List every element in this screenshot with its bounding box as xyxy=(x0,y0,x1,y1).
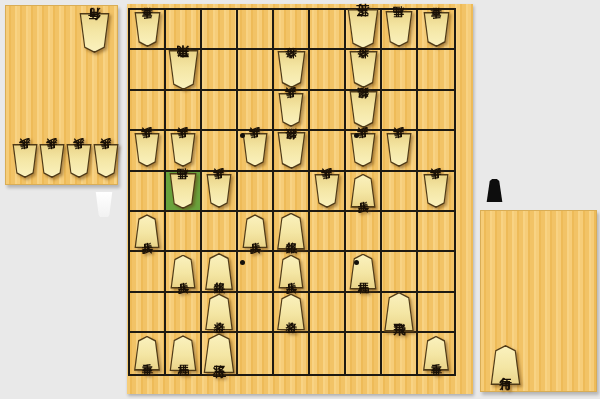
white-side-marker-icon xyxy=(95,192,113,217)
square-2b[interactable] xyxy=(382,50,418,90)
square-1i[interactable]: 香車 xyxy=(418,333,454,373)
piece-gold-black[interactable]: 金将 xyxy=(205,293,234,330)
piece-lance-black[interactable]: 香車 xyxy=(423,336,450,371)
piece-pawn-black[interactable]: 歩兵 xyxy=(134,214,160,248)
square-6h[interactable] xyxy=(238,293,274,333)
piece-kanji-label: 金将 xyxy=(205,297,234,329)
piece-kanji-label: 金将 xyxy=(277,52,306,84)
square-4i[interactable] xyxy=(310,333,346,373)
piece-knight-black[interactable]: 桂馬 xyxy=(169,335,197,371)
square-9a[interactable]: 香車 xyxy=(130,10,166,50)
star-point-icon xyxy=(240,133,245,138)
piece-rook-black[interactable]: 飛車 xyxy=(384,292,415,332)
square-7d[interactable] xyxy=(202,131,238,171)
square-3a[interactable]: 王将 xyxy=(346,10,382,50)
piece-pawn-white[interactable]: 歩兵 xyxy=(170,133,196,167)
square-3c[interactable]: 銀将 xyxy=(346,91,382,131)
square-2a[interactable]: 桂馬 xyxy=(382,10,418,50)
piece-pawn-white[interactable]: 歩兵 xyxy=(350,133,376,167)
piece-kanji-label: 桂馬 xyxy=(169,339,197,370)
square-9d[interactable]: 歩兵 xyxy=(130,131,166,171)
piece-knight-white[interactable]: 桂馬 xyxy=(385,11,413,47)
square-9h[interactable] xyxy=(130,293,166,333)
piece-silver-black[interactable]: 銀将 xyxy=(277,213,306,250)
piece-kanji-label: 金将 xyxy=(349,52,378,84)
piece-lance-black[interactable]: 香車 xyxy=(134,336,161,371)
piece-kanji-label: 香車 xyxy=(423,340,450,370)
piece-kanji-label: 銀将 xyxy=(349,92,378,124)
white-hand-major-row: 角行 xyxy=(79,13,110,53)
square-6i[interactable] xyxy=(238,333,274,373)
white-hand-pawn-row: 歩兵歩兵歩兵歩兵 xyxy=(12,144,119,178)
piece-lance-white[interactable]: 香車 xyxy=(423,12,450,47)
piece-kanji-label: 歩兵 xyxy=(170,134,196,163)
square-3e[interactable]: 歩兵 xyxy=(346,172,382,212)
square-2h[interactable]: 飛車 xyxy=(382,293,418,333)
piece-kanji-label: 銀将 xyxy=(205,257,234,289)
square-8e[interactable]: 桂馬 xyxy=(166,172,202,212)
square-4f[interactable] xyxy=(310,212,346,252)
square-8g[interactable]: 歩兵 xyxy=(166,252,202,292)
square-5f[interactable]: 銀将 xyxy=(274,212,310,252)
square-1c[interactable] xyxy=(418,91,454,131)
piece-kanji-label: 歩兵 xyxy=(39,145,65,174)
piece-kanji-label: 歩兵 xyxy=(66,145,92,174)
square-5c[interactable]: 歩兵 xyxy=(274,91,310,131)
square-2c[interactable] xyxy=(382,91,418,131)
piece-pawn-white[interactable]: 歩兵 xyxy=(93,144,119,178)
square-3b[interactable]: 金将 xyxy=(346,50,382,90)
piece-pawn-white[interactable]: 歩兵 xyxy=(39,144,65,178)
square-6a[interactable] xyxy=(238,10,274,50)
piece-kanji-label: 歩兵 xyxy=(170,259,196,288)
piece-kanji-label: 飛車 xyxy=(384,296,415,331)
piece-kanji-label: 角行 xyxy=(79,14,110,49)
piece-kanji-label: 王将 xyxy=(347,10,379,45)
piece-kanji-label: 歩兵 xyxy=(386,134,412,163)
piece-knight-white[interactable]: 桂馬 xyxy=(169,173,197,209)
square-6e[interactable] xyxy=(238,172,274,212)
square-5i[interactable] xyxy=(274,333,310,373)
piece-pawn-white[interactable]: 歩兵 xyxy=(206,174,232,208)
square-1f[interactable] xyxy=(418,212,454,252)
piece-pawn-white[interactable]: 歩兵 xyxy=(134,133,160,167)
square-9i[interactable]: 香車 xyxy=(130,333,166,373)
square-8f[interactable] xyxy=(166,212,202,252)
star-point-icon xyxy=(354,260,359,265)
piece-kanji-label: 歩兵 xyxy=(12,145,38,174)
piece-gold-white[interactable]: 金将 xyxy=(349,51,378,88)
square-3g[interactable]: 桂馬 xyxy=(346,252,382,292)
square-2d[interactable]: 歩兵 xyxy=(382,131,418,171)
piece-kanji-label: 香車 xyxy=(423,13,450,43)
piece-pawn-white[interactable]: 歩兵 xyxy=(386,133,412,167)
square-9f[interactable]: 歩兵 xyxy=(130,212,166,252)
square-7c[interactable] xyxy=(202,91,238,131)
piece-kanji-label: 金将 xyxy=(277,297,306,329)
square-3f[interactable] xyxy=(346,212,382,252)
piece-king-white[interactable]: 王将 xyxy=(347,9,379,49)
square-7g[interactable]: 銀将 xyxy=(202,252,238,292)
square-6f[interactable]: 歩兵 xyxy=(238,212,274,252)
piece-knight-black[interactable]: 桂馬 xyxy=(349,254,377,290)
square-8d[interactable]: 歩兵 xyxy=(166,131,202,171)
black-hand-row: 角行 xyxy=(490,345,521,385)
square-6g[interactable] xyxy=(238,252,274,292)
piece-kanji-label: 歩兵 xyxy=(134,134,160,163)
square-2e[interactable] xyxy=(382,172,418,212)
star-point-icon xyxy=(240,260,245,265)
square-5e[interactable] xyxy=(274,172,310,212)
square-3d[interactable]: 歩兵 xyxy=(346,131,382,171)
piece-pawn-black[interactable]: 歩兵 xyxy=(278,255,304,289)
square-8a[interactable] xyxy=(166,10,202,50)
piece-pawn-white[interactable]: 歩兵 xyxy=(66,144,92,178)
square-4d[interactable] xyxy=(310,131,346,171)
piece-pawn-black[interactable]: 歩兵 xyxy=(350,174,376,208)
black-side-marker-icon xyxy=(486,179,503,202)
square-2g[interactable] xyxy=(382,252,418,292)
piece-kanji-label: 歩兵 xyxy=(93,145,119,174)
square-1h[interactable] xyxy=(418,293,454,333)
piece-kanji-label: 玉将 xyxy=(203,337,235,372)
square-3h[interactable] xyxy=(346,293,382,333)
square-8h[interactable] xyxy=(166,293,202,333)
piece-kanji-label: 歩兵 xyxy=(134,218,160,247)
piece-kanji-label: 香車 xyxy=(134,13,161,43)
square-5h[interactable]: 金将 xyxy=(274,293,310,333)
square-4b[interactable] xyxy=(310,50,346,90)
piece-king-black[interactable]: 玉将 xyxy=(203,333,235,373)
square-6c[interactable] xyxy=(238,91,274,131)
piece-kanji-label: 歩兵 xyxy=(242,218,268,247)
square-4c[interactable] xyxy=(310,91,346,131)
piece-pawn-white[interactable]: 歩兵 xyxy=(314,174,340,208)
piece-gold-black[interactable]: 金将 xyxy=(277,293,306,330)
piece-kanji-label: 歩兵 xyxy=(278,94,304,123)
square-8i[interactable]: 桂馬 xyxy=(166,333,202,373)
square-2f[interactable] xyxy=(382,212,418,252)
square-4a[interactable] xyxy=(310,10,346,50)
piece-kanji-label: 桂馬 xyxy=(385,12,413,43)
square-4e[interactable]: 歩兵 xyxy=(310,172,346,212)
square-5a[interactable] xyxy=(274,10,310,50)
white-captured-tray: 角行 歩兵歩兵歩兵歩兵 xyxy=(5,5,118,185)
piece-kanji-label: 飛車 xyxy=(168,51,199,86)
piece-silver-black[interactable]: 銀将 xyxy=(205,253,234,290)
piece-kanji-label: 歩兵 xyxy=(206,175,232,204)
piece-silver-white[interactable]: 銀将 xyxy=(277,132,306,169)
black-captured-tray: 角行 xyxy=(480,210,597,392)
piece-kanji-label: 歩兵 xyxy=(423,175,449,204)
square-1g[interactable] xyxy=(418,252,454,292)
square-2i[interactable] xyxy=(382,333,418,373)
piece-rook-white[interactable]: 飛車 xyxy=(168,50,199,90)
piece-kanji-label: 歩兵 xyxy=(242,134,268,163)
piece-pawn-black[interactable]: 歩兵 xyxy=(242,214,268,248)
square-7b[interactable] xyxy=(202,50,238,90)
square-7i[interactable]: 玉将 xyxy=(202,333,238,373)
square-6b[interactable] xyxy=(238,50,274,90)
piece-pawn-white[interactable]: 歩兵 xyxy=(242,133,268,167)
square-1a[interactable]: 香車 xyxy=(418,10,454,50)
piece-kanji-label: 銀将 xyxy=(277,133,306,165)
piece-kanji-label: 角行 xyxy=(490,349,521,384)
piece-bishop-black[interactable]: 角行 xyxy=(490,345,521,385)
piece-kanji-label: 歩兵 xyxy=(278,259,304,288)
shogi-app: 角行 歩兵歩兵歩兵歩兵 香車王将桂馬香車飛車金将金将歩兵銀将歩兵歩兵歩兵銀将歩兵… xyxy=(0,0,600,399)
square-8b[interactable]: 飛車 xyxy=(166,50,202,90)
piece-pawn-white[interactable]: 歩兵 xyxy=(12,144,38,178)
shogi-board: 香車王将桂馬香車飛車金将金将歩兵銀将歩兵歩兵歩兵銀将歩兵歩兵桂馬歩兵歩兵歩兵歩兵… xyxy=(127,4,473,394)
piece-pawn-white[interactable]: 歩兵 xyxy=(278,93,304,127)
square-9g[interactable] xyxy=(130,252,166,292)
star-point-icon xyxy=(354,133,359,138)
square-1e[interactable]: 歩兵 xyxy=(418,172,454,212)
square-7f[interactable] xyxy=(202,212,238,252)
square-1b[interactable] xyxy=(418,50,454,90)
piece-gold-white[interactable]: 金将 xyxy=(277,51,306,88)
square-7e[interactable]: 歩兵 xyxy=(202,172,238,212)
square-5g[interactable]: 歩兵 xyxy=(274,252,310,292)
piece-kanji-label: 銀将 xyxy=(277,217,306,249)
square-9c[interactable] xyxy=(130,91,166,131)
square-3i[interactable] xyxy=(346,333,382,373)
square-4g[interactable] xyxy=(310,252,346,292)
piece-pawn-black[interactable]: 歩兵 xyxy=(170,255,196,289)
piece-kanji-label: 香車 xyxy=(134,340,161,370)
piece-kanji-label: 歩兵 xyxy=(314,175,340,204)
piece-kanji-label: 歩兵 xyxy=(350,178,376,207)
piece-bishop-white[interactable]: 角行 xyxy=(79,13,110,53)
square-1d[interactable] xyxy=(418,131,454,171)
piece-lance-white[interactable]: 香車 xyxy=(134,12,161,47)
square-7h[interactable]: 金将 xyxy=(202,293,238,333)
piece-kanji-label: 歩兵 xyxy=(350,134,376,163)
square-9e[interactable] xyxy=(130,172,166,212)
piece-silver-white[interactable]: 銀将 xyxy=(349,91,378,128)
square-7a[interactable] xyxy=(202,10,238,50)
square-9b[interactable] xyxy=(130,50,166,90)
square-8c[interactable] xyxy=(166,91,202,131)
square-5d[interactable]: 銀将 xyxy=(274,131,310,171)
square-4h[interactable] xyxy=(310,293,346,333)
square-5b[interactable]: 金将 xyxy=(274,50,310,90)
piece-kanji-label: 桂馬 xyxy=(169,174,197,205)
piece-pawn-white[interactable]: 歩兵 xyxy=(423,174,449,208)
board-grid: 香車王将桂馬香車飛車金将金将歩兵銀将歩兵歩兵歩兵銀将歩兵歩兵桂馬歩兵歩兵歩兵歩兵… xyxy=(128,8,456,376)
